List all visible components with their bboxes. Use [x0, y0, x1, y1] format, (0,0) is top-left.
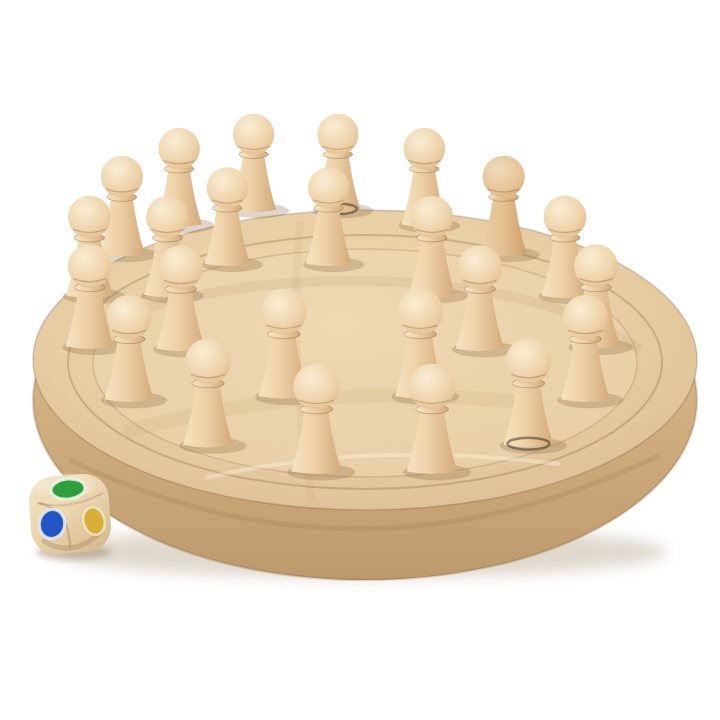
peg-head — [107, 295, 152, 340]
peg-head — [261, 289, 307, 335]
peg-head — [397, 289, 443, 335]
color-die[interactable] — [27, 472, 112, 559]
peg-head — [159, 245, 203, 289]
peg-head — [506, 338, 552, 384]
peg-tint — [483, 156, 525, 198]
peg-head — [293, 364, 339, 410]
peg-head — [574, 244, 618, 288]
peg-head — [411, 196, 453, 238]
peg-head — [185, 338, 231, 384]
peg-head — [409, 364, 455, 410]
peg-head — [544, 196, 587, 239]
peg-head — [68, 244, 112, 288]
peg-head — [146, 196, 188, 238]
peg-head — [458, 245, 502, 289]
peg-head — [563, 295, 608, 340]
peg-head — [68, 196, 111, 239]
scene — [0, 0, 720, 720]
